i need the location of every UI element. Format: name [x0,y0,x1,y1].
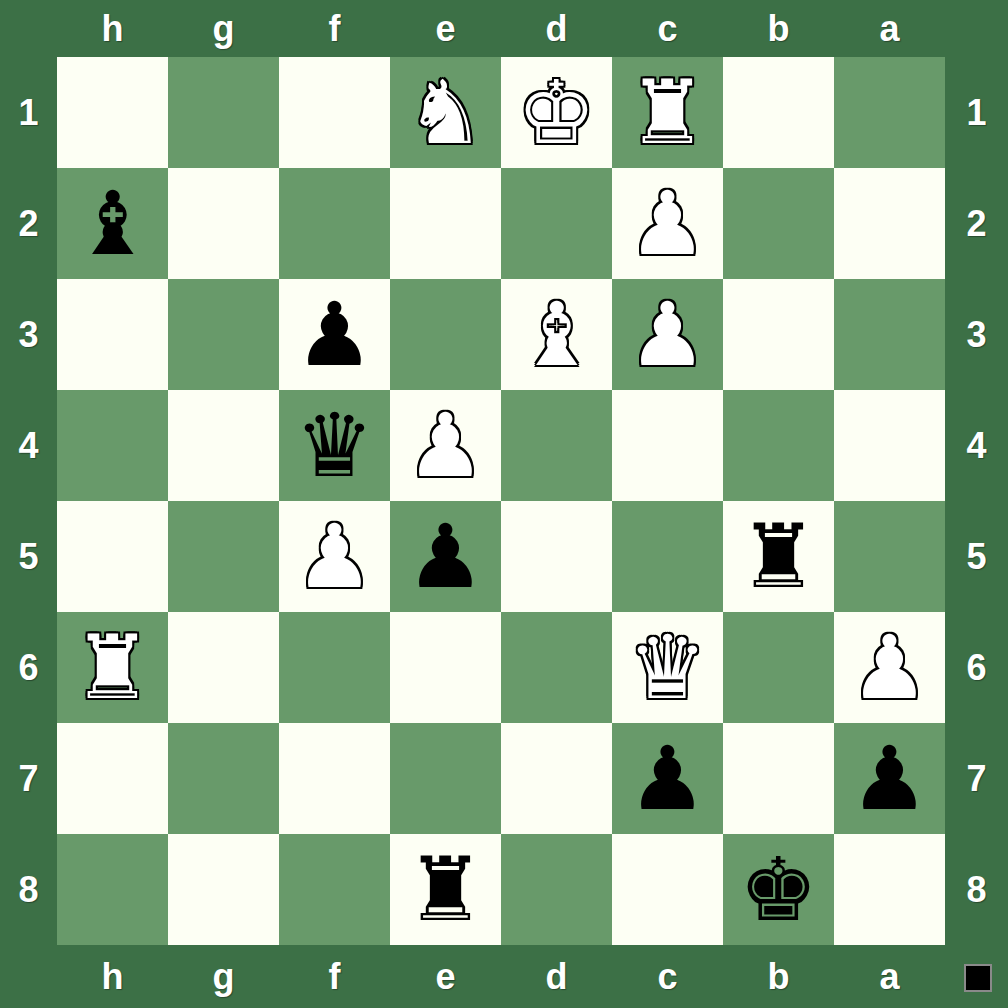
square-d4[interactable] [501,390,612,501]
square-c2[interactable]: ♟ [612,168,723,279]
square-d2[interactable] [501,168,612,279]
square-g6[interactable] [168,612,279,723]
file-label-h: h [57,945,168,1008]
square-g8[interactable] [168,834,279,945]
square-e6[interactable] [390,612,501,723]
rank-label-8: 8 [945,834,1008,945]
square-c7[interactable]: ♟ [612,723,723,834]
black-queen[interactable]: ♛ [295,402,374,490]
square-h3[interactable] [57,279,168,390]
square-d5[interactable] [501,501,612,612]
rank-label-2: 2 [0,168,57,279]
file-label-b: b [723,0,834,57]
square-g4[interactable] [168,390,279,501]
square-a6[interactable]: ♟ [834,612,945,723]
file-label-e: e [390,0,501,57]
square-b5[interactable]: ♜ [723,501,834,612]
square-e5[interactable]: ♟ [390,501,501,612]
rank-label-5: 5 [0,501,57,612]
black-bishop[interactable]: ♝ [73,180,152,268]
square-h8[interactable] [57,834,168,945]
square-h6[interactable]: ♜ [57,612,168,723]
square-e3[interactable] [390,279,501,390]
square-c6[interactable]: ♛ [612,612,723,723]
square-a3[interactable] [834,279,945,390]
file-label-f: f [279,945,390,1008]
file-label-d: d [501,0,612,57]
square-f8[interactable] [279,834,390,945]
square-c8[interactable] [612,834,723,945]
square-h7[interactable] [57,723,168,834]
square-g3[interactable] [168,279,279,390]
side-to-move-indicator [964,964,992,992]
square-e1[interactable]: ♞ [390,57,501,168]
rank-label-5: 5 [945,501,1008,612]
chess-board-app: hgfedcba 12345678 ♞♚♜♝♟♟♝♟♛♟♟♟♜♜♛♟♟♟♜♚ 1… [0,0,1008,1008]
file-label-a: a [834,945,945,1008]
white-knight[interactable]: ♞ [406,69,485,157]
square-b3[interactable] [723,279,834,390]
square-d8[interactable] [501,834,612,945]
square-e8[interactable]: ♜ [390,834,501,945]
square-e7[interactable] [390,723,501,834]
white-queen[interactable]: ♛ [628,624,707,712]
square-h4[interactable] [57,390,168,501]
black-rook[interactable]: ♜ [739,513,818,601]
rank-label-6: 6 [0,612,57,723]
white-pawn[interactable]: ♟ [295,513,374,601]
square-f6[interactable] [279,612,390,723]
rank-label-6: 6 [945,612,1008,723]
square-h5[interactable] [57,501,168,612]
rank-label-1: 1 [945,57,1008,168]
square-f2[interactable] [279,168,390,279]
white-king[interactable]: ♚ [517,69,596,157]
file-label-g: g [168,0,279,57]
black-pawn[interactable]: ♟ [850,735,929,823]
square-f3[interactable]: ♟ [279,279,390,390]
square-a7[interactable]: ♟ [834,723,945,834]
square-e4[interactable]: ♟ [390,390,501,501]
square-f4[interactable]: ♛ [279,390,390,501]
rank-label-4: 4 [945,390,1008,501]
rank-label-1: 1 [0,57,57,168]
black-pawn[interactable]: ♟ [406,513,485,601]
black-rook[interactable]: ♜ [406,846,485,934]
square-b8[interactable]: ♚ [723,834,834,945]
file-label-b: b [723,945,834,1008]
rank-label-8: 8 [0,834,57,945]
square-a4[interactable] [834,390,945,501]
square-e2[interactable] [390,168,501,279]
file-label-e: e [390,945,501,1008]
square-b6[interactable] [723,612,834,723]
white-rook[interactable]: ♜ [73,624,152,712]
white-bishop[interactable]: ♝ [517,291,596,379]
rank-label-2: 2 [945,168,1008,279]
file-label-a: a [834,0,945,57]
rank-label-3: 3 [945,279,1008,390]
square-c5[interactable] [612,501,723,612]
white-pawn[interactable]: ♟ [406,402,485,490]
black-pawn[interactable]: ♟ [628,735,707,823]
rank-labels-right: 12345678 [945,57,1008,945]
square-f7[interactable] [279,723,390,834]
rank-label-7: 7 [945,723,1008,834]
square-a2[interactable] [834,168,945,279]
black-pawn[interactable]: ♟ [295,291,374,379]
rank-label-4: 4 [0,390,57,501]
file-label-c: c [612,945,723,1008]
square-g7[interactable] [168,723,279,834]
square-h2[interactable]: ♝ [57,168,168,279]
white-pawn[interactable]: ♟ [628,291,707,379]
square-h1[interactable] [57,57,168,168]
black-king[interactable]: ♚ [739,846,818,934]
square-d3[interactable]: ♝ [501,279,612,390]
square-b2[interactable] [723,168,834,279]
square-b4[interactable] [723,390,834,501]
square-c1[interactable]: ♜ [612,57,723,168]
file-label-h: h [57,0,168,57]
file-labels-bottom: hgfedcba [57,945,945,1008]
square-g2[interactable] [168,168,279,279]
white-pawn[interactable]: ♟ [628,180,707,268]
square-d1[interactable]: ♚ [501,57,612,168]
square-g5[interactable] [168,501,279,612]
rank-labels-left: 12345678 [0,57,57,945]
square-a8[interactable] [834,834,945,945]
white-pawn[interactable]: ♟ [850,624,929,712]
square-b7[interactable] [723,723,834,834]
file-labels-top: hgfedcba [57,0,945,57]
square-a1[interactable] [834,57,945,168]
file-label-d: d [501,945,612,1008]
file-label-g: g [168,945,279,1008]
square-a5[interactable] [834,501,945,612]
rank-label-7: 7 [0,723,57,834]
square-g1[interactable] [168,57,279,168]
white-rook[interactable]: ♜ [628,69,707,157]
chess-board: ♞♚♜♝♟♟♝♟♛♟♟♟♜♜♛♟♟♟♜♚ [57,57,945,945]
square-c3[interactable]: ♟ [612,279,723,390]
file-label-c: c [612,0,723,57]
rank-label-3: 3 [0,279,57,390]
square-c4[interactable] [612,390,723,501]
square-d6[interactable] [501,612,612,723]
file-label-f: f [279,0,390,57]
square-f1[interactable] [279,57,390,168]
square-d7[interactable] [501,723,612,834]
square-b1[interactable] [723,57,834,168]
square-f5[interactable]: ♟ [279,501,390,612]
